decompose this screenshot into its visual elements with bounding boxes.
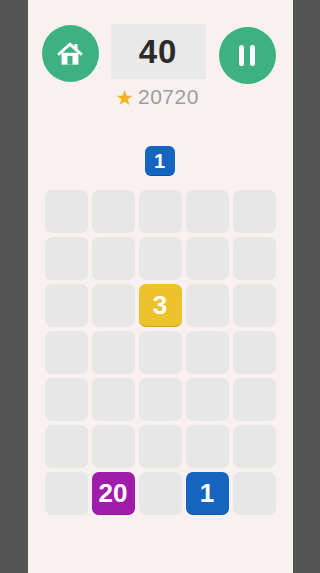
home-icon [55, 39, 85, 69]
board-cell-r1c1 [45, 190, 88, 233]
goal-box: 40 [111, 24, 206, 79]
score-value: 20720 [138, 85, 199, 109]
board-cell-r1c3 [139, 190, 182, 233]
board-cell-r7c1 [45, 472, 88, 515]
board-cell-r4c1 [45, 331, 88, 374]
board-cell-r2c4 [186, 237, 229, 280]
board-cell-r5c2 [92, 378, 135, 421]
board-cell-r3c2 [92, 284, 135, 327]
board-cell-r7c5 [233, 472, 276, 515]
board-cell-r2c2 [92, 237, 135, 280]
board-cell-r7c2: 20 [92, 472, 135, 515]
board-cell-r4c2 [92, 331, 135, 374]
board-cell-r1c5 [233, 190, 276, 233]
board-cell-r6c3 [139, 425, 182, 468]
home-button[interactable] [42, 25, 99, 82]
board-cell-r3c3: 3 [139, 284, 182, 327]
board-cell-r7c4: 1 [186, 472, 229, 515]
board-cell-r6c4 [186, 425, 229, 468]
star-icon: ★ [115, 87, 134, 108]
pause-icon [239, 45, 255, 66]
board[interactable]: 3201 [45, 190, 276, 515]
board-cell-r5c4 [186, 378, 229, 421]
board-cell-r4c5 [233, 331, 276, 374]
board-cell-r4c4 [186, 331, 229, 374]
board-cell-r3c5 [233, 284, 276, 327]
next-tile-value: 1 [154, 150, 165, 173]
board-cell-r5c5 [233, 378, 276, 421]
next-tile: 1 [145, 146, 175, 176]
board-cell-r2c3 [139, 237, 182, 280]
score-row: ★ 20720 [28, 85, 290, 109]
board-cell-r5c1 [45, 378, 88, 421]
board-cell-r5c3 [139, 378, 182, 421]
board-cell-r3c4 [186, 284, 229, 327]
tile-3[interactable]: 3 [139, 284, 182, 327]
board-cell-r6c2 [92, 425, 135, 468]
board-cell-r3c1 [45, 284, 88, 327]
tile-20[interactable]: 20 [92, 472, 135, 515]
board-cell-r1c4 [186, 190, 229, 233]
board-cell-r7c3 [139, 472, 182, 515]
board-cell-r6c1 [45, 425, 88, 468]
board-cell-r6c5 [233, 425, 276, 468]
pause-button[interactable] [219, 27, 276, 84]
board-cell-r1c2 [92, 190, 135, 233]
board-cell-r2c1 [45, 237, 88, 280]
board-cell-r4c3 [139, 331, 182, 374]
board-cell-r2c5 [233, 237, 276, 280]
game-screen: 40 ★ 20720 1 3201 [28, 0, 293, 573]
goal-value: 40 [139, 33, 178, 71]
tile-1[interactable]: 1 [186, 472, 229, 515]
